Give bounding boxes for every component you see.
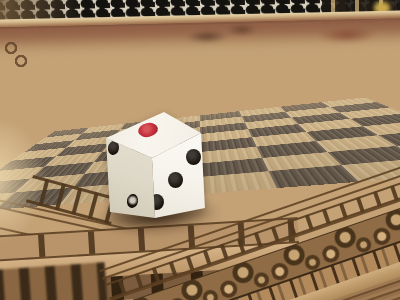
white-die xyxy=(98,100,210,222)
die-pip xyxy=(125,193,138,209)
photo-scene xyxy=(0,0,400,300)
die-pip xyxy=(137,121,159,139)
carved-corner-bottom-left xyxy=(0,262,107,300)
carved-stamp-marks xyxy=(2,40,30,70)
die-pip xyxy=(168,172,183,188)
die-pip xyxy=(186,149,201,165)
